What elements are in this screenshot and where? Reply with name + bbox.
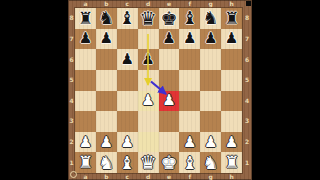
square-c8[interactable]: ♝ <box>117 8 138 29</box>
piece-white-knight[interactable]: ♞ <box>98 154 114 172</box>
square-h3[interactable] <box>221 111 242 132</box>
square-f1[interactable]: ♝ <box>179 152 200 173</box>
rank-label-6: 6 <box>68 49 75 70</box>
square-b4[interactable] <box>96 91 117 112</box>
piece-white-pawn[interactable]: ♟ <box>225 135 238 150</box>
square-d2[interactable] <box>138 132 159 153</box>
square-d7[interactable] <box>138 29 159 50</box>
square-b2[interactable]: ♟ <box>96 132 117 153</box>
rank-label-1: 1 <box>68 152 75 173</box>
square-d4[interactable]: ♟ <box>138 91 159 112</box>
file-label-h: h <box>221 0 242 8</box>
piece-white-bishop[interactable]: ♝ <box>119 154 135 172</box>
chess-board[interactable]: ♜♞♝♛♚♝♞♜♟♟♟♟♟♟♟♟♟♟♟♟♟♟♟♟♜♞♝♛♚♝♞♜ <box>75 8 242 173</box>
square-h4[interactable] <box>221 91 242 112</box>
square-c5[interactable] <box>117 70 138 91</box>
piece-black-pawn[interactable]: ♟ <box>100 31 113 46</box>
piece-white-pawn[interactable]: ♟ <box>79 135 92 150</box>
rank-label-2: 2 <box>68 132 75 153</box>
circle-logo-icon <box>70 171 77 178</box>
rank-labels-right: 87654321 <box>242 8 252 173</box>
square-f4[interactable] <box>179 91 200 112</box>
piece-black-bishop[interactable]: ♝ <box>119 9 135 27</box>
square-c1[interactable]: ♝ <box>117 152 138 173</box>
square-g5[interactable] <box>200 70 221 91</box>
rank-label-6: 6 <box>242 49 252 70</box>
square-c2[interactable]: ♟ <box>117 132 138 153</box>
file-labels-bottom: abcdefgh <box>75 173 242 180</box>
piece-black-pawn[interactable]: ♟ <box>183 31 196 46</box>
square-h7[interactable]: ♟ <box>221 29 242 50</box>
square-b3[interactable] <box>96 111 117 132</box>
rank-label-7: 7 <box>242 29 252 50</box>
rank-label-8: 8 <box>242 8 252 29</box>
square-b5[interactable] <box>96 70 117 91</box>
piece-black-knight[interactable]: ♞ <box>203 9 219 27</box>
file-label-a: a <box>75 0 96 8</box>
square-f5[interactable] <box>179 70 200 91</box>
rank-label-5: 5 <box>242 70 252 91</box>
rank-label-4: 4 <box>242 91 252 112</box>
square-g6[interactable] <box>200 49 221 70</box>
rank-label-5: 5 <box>68 70 75 91</box>
file-label-f: f <box>179 173 200 180</box>
piece-black-bishop[interactable]: ♝ <box>182 9 198 27</box>
file-label-h: h <box>221 173 242 180</box>
square-d5[interactable] <box>138 70 159 91</box>
square-e3[interactable] <box>159 111 180 132</box>
rank-label-1: 1 <box>242 152 252 173</box>
piece-black-pawn[interactable]: ♟ <box>204 31 217 46</box>
square-g1[interactable]: ♞ <box>200 152 221 173</box>
square-d8[interactable]: ♛ <box>138 8 159 29</box>
piece-black-knight[interactable]: ♞ <box>98 9 114 27</box>
square-f2[interactable]: ♟ <box>179 132 200 153</box>
square-h1[interactable]: ♜ <box>221 152 242 173</box>
file-label-b: b <box>96 173 117 180</box>
square-b6[interactable] <box>96 49 117 70</box>
piece-white-queen[interactable]: ♛ <box>140 153 157 172</box>
square-f3[interactable] <box>179 111 200 132</box>
square-d3[interactable] <box>138 111 159 132</box>
square-c6[interactable]: ♟ <box>117 49 138 70</box>
square-h8[interactable]: ♜ <box>221 8 242 29</box>
black-square-icon <box>246 1 251 6</box>
square-a5[interactable] <box>75 70 96 91</box>
file-label-a: a <box>75 173 96 180</box>
rank-labels-left: 87654321 <box>68 8 75 173</box>
square-a1[interactable]: ♜ <box>75 152 96 173</box>
square-g8[interactable]: ♞ <box>200 8 221 29</box>
square-g4[interactable] <box>200 91 221 112</box>
square-g7[interactable]: ♟ <box>200 29 221 50</box>
square-f7[interactable]: ♟ <box>179 29 200 50</box>
square-b7[interactable]: ♟ <box>96 29 117 50</box>
piece-white-pawn[interactable]: ♟ <box>204 135 217 150</box>
square-c4[interactable] <box>117 91 138 112</box>
square-h5[interactable] <box>221 70 242 91</box>
piece-black-pawn[interactable]: ♟ <box>225 31 238 46</box>
square-e5[interactable] <box>159 70 180 91</box>
rank-label-7: 7 <box>68 29 75 50</box>
piece-white-pawn[interactable]: ♟ <box>120 135 133 150</box>
piece-white-king[interactable]: ♚ <box>160 153 177 172</box>
piece-black-pawn[interactable]: ♟ <box>141 52 154 67</box>
square-h2[interactable]: ♟ <box>221 132 242 153</box>
square-e4[interactable]: ♟ <box>159 91 180 112</box>
rank-label-8: 8 <box>68 8 75 29</box>
chess-board-frame: abcdefgh abcdefgh 87654321 87654321 ♜♞♝♛… <box>68 0 252 180</box>
rank-label-3: 3 <box>242 111 252 132</box>
square-h6[interactable] <box>221 49 242 70</box>
file-label-d: d <box>138 173 159 180</box>
file-label-e: e <box>159 173 180 180</box>
square-b1[interactable]: ♞ <box>96 152 117 173</box>
piece-white-bishop[interactable]: ♝ <box>182 154 198 172</box>
square-a4[interactable] <box>75 91 96 112</box>
file-label-g: g <box>200 173 221 180</box>
piece-black-king[interactable]: ♚ <box>160 9 177 28</box>
square-c7[interactable] <box>117 29 138 50</box>
square-e1[interactable]: ♚ <box>159 152 180 173</box>
file-label-c: c <box>117 173 138 180</box>
square-c3[interactable] <box>117 111 138 132</box>
piece-white-pawn[interactable]: ♟ <box>100 135 113 150</box>
piece-white-pawn[interactable]: ♟ <box>183 135 196 150</box>
piece-white-pawn[interactable]: ♟ <box>162 93 175 108</box>
rank-label-3: 3 <box>68 111 75 132</box>
square-d1[interactable]: ♛ <box>138 152 159 173</box>
piece-black-pawn[interactable]: ♟ <box>79 31 92 46</box>
square-f6[interactable] <box>179 49 200 70</box>
square-a8[interactable]: ♜ <box>75 8 96 29</box>
square-e7[interactable]: ♟ <box>159 29 180 50</box>
square-b8[interactable]: ♞ <box>96 8 117 29</box>
square-a2[interactable]: ♟ <box>75 132 96 153</box>
piece-black-queen[interactable]: ♛ <box>140 9 157 28</box>
piece-white-knight[interactable]: ♞ <box>203 154 219 172</box>
square-e6[interactable] <box>159 49 180 70</box>
piece-black-pawn[interactable]: ♟ <box>120 52 133 67</box>
square-a3[interactable] <box>75 111 96 132</box>
square-g3[interactable] <box>200 111 221 132</box>
piece-black-rook[interactable]: ♜ <box>224 10 239 27</box>
piece-white-pawn[interactable]: ♟ <box>141 93 154 108</box>
square-a6[interactable] <box>75 49 96 70</box>
piece-white-rook[interactable]: ♜ <box>224 154 239 171</box>
square-g2[interactable]: ♟ <box>200 132 221 153</box>
square-f8[interactable]: ♝ <box>179 8 200 29</box>
piece-black-rook[interactable]: ♜ <box>78 10 93 27</box>
video-frame: abcdefgh abcdefgh 87654321 87654321 ♜♞♝♛… <box>0 0 320 180</box>
square-e2[interactable] <box>159 132 180 153</box>
square-e8[interactable]: ♚ <box>159 8 180 29</box>
square-a7[interactable]: ♟ <box>75 29 96 50</box>
square-d6[interactable]: ♟ <box>138 49 159 70</box>
piece-white-rook[interactable]: ♜ <box>78 154 93 171</box>
rank-label-2: 2 <box>242 132 252 153</box>
piece-black-pawn[interactable]: ♟ <box>162 31 175 46</box>
rank-label-4: 4 <box>68 91 75 112</box>
